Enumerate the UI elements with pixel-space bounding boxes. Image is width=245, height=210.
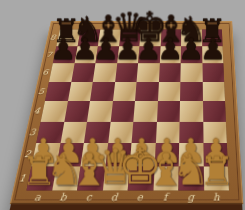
square-h6[interactable] bbox=[202, 63, 224, 81]
rank-label-6: 6 bbox=[42, 68, 49, 76]
square-d6[interactable] bbox=[115, 63, 138, 81]
square-e4[interactable] bbox=[133, 101, 157, 121]
file-labels: abcdefgh bbox=[24, 190, 230, 204]
chess-app-window: 87654321 abcdefgh ♜♞♝♛♚♝♞♜♟♟♟♟♟♟♟♟♟♟♟♟♟♟… bbox=[0, 0, 245, 210]
chess-board: 87654321 abcdefgh ♜♞♝♛♚♝♞♜♟♟♟♟♟♟♟♟♟♟♟♟♟♟… bbox=[10, 21, 243, 204]
square-b5[interactable] bbox=[68, 82, 93, 101]
file-label-c: c bbox=[85, 192, 92, 203]
square-c6[interactable] bbox=[93, 63, 117, 81]
square-f4[interactable] bbox=[156, 101, 180, 121]
square-e6[interactable] bbox=[137, 63, 160, 81]
rank-label-4: 4 bbox=[33, 107, 41, 116]
rank-label-5: 5 bbox=[37, 87, 45, 96]
board-scene: 87654321 abcdefgh ♜♞♝♛♚♝♞♜♟♟♟♟♟♟♟♟♟♟♟♟♟♟… bbox=[0, 0, 245, 210]
square-h5[interactable] bbox=[202, 82, 225, 101]
square-a4[interactable] bbox=[41, 101, 68, 121]
file-label-d: d bbox=[110, 192, 118, 203]
square-f6[interactable] bbox=[158, 63, 180, 81]
square-g6[interactable] bbox=[180, 63, 202, 81]
square-c4[interactable] bbox=[87, 101, 112, 121]
square-b6[interactable] bbox=[71, 63, 96, 81]
square-e5[interactable] bbox=[135, 82, 158, 101]
square-h7[interactable]: ♟ bbox=[202, 46, 224, 63]
square-g4[interactable] bbox=[180, 101, 203, 121]
square-b4[interactable] bbox=[64, 101, 90, 121]
board-grid: ♜♞♝♛♚♝♞♜♟♟♟♟♟♟♟♟♟♟♟♟♟♟♟♟♜♞♝♛♚♝♞♜ bbox=[26, 29, 229, 190]
file-label-h: h bbox=[213, 192, 220, 203]
square-g5[interactable] bbox=[180, 82, 203, 101]
square-d5[interactable] bbox=[113, 82, 137, 101]
white-rook-h1[interactable]: ♜ bbox=[199, 152, 234, 191]
square-h4[interactable] bbox=[203, 101, 226, 121]
square-h1[interactable]: ♜ bbox=[203, 166, 229, 190]
square-d4[interactable] bbox=[110, 101, 135, 121]
file-label-f: f bbox=[163, 192, 167, 203]
square-c5[interactable] bbox=[90, 82, 115, 101]
file-label-g: g bbox=[188, 192, 195, 203]
file-label-b: b bbox=[59, 192, 67, 203]
file-label-e: e bbox=[136, 192, 143, 203]
file-label-a: a bbox=[34, 192, 42, 203]
black-pawn-h7[interactable]: ♟ bbox=[200, 35, 226, 64]
square-f5[interactable] bbox=[158, 82, 181, 101]
